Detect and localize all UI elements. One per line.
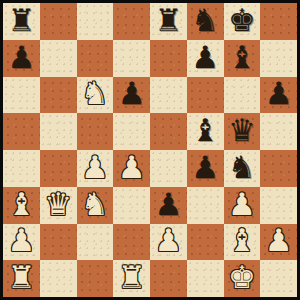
black-pawn-icon[interactable]: ♟: [154, 189, 182, 220]
square-e2[interactable]: ♟: [150, 224, 187, 261]
white-pawn-icon[interactable]: ♟: [265, 225, 293, 256]
white-king-icon[interactable]: ♚: [228, 262, 256, 293]
square-c4[interactable]: ♟: [77, 150, 114, 187]
square-f6[interactable]: [187, 77, 224, 114]
black-bishop-icon[interactable]: ♝: [228, 42, 256, 73]
square-b3[interactable]: ♛: [40, 187, 77, 224]
square-d2[interactable]: [113, 224, 150, 261]
square-d6[interactable]: ♟: [113, 77, 150, 114]
square-d1[interactable]: ♜: [113, 260, 150, 297]
square-g6[interactable]: [224, 77, 261, 114]
white-bishop-icon[interactable]: ♝: [228, 225, 256, 256]
square-b1[interactable]: [40, 260, 77, 297]
square-b2[interactable]: [40, 224, 77, 261]
black-pawn-icon[interactable]: ♟: [7, 42, 35, 73]
square-c3[interactable]: ♞: [77, 187, 114, 224]
white-pawn-icon[interactable]: ♟: [118, 152, 146, 183]
square-a5[interactable]: [3, 113, 40, 150]
square-f1[interactable]: [187, 260, 224, 297]
white-knight-icon[interactable]: ♞: [81, 78, 109, 109]
square-d4[interactable]: ♟: [113, 150, 150, 187]
square-h4[interactable]: [260, 150, 297, 187]
square-e3[interactable]: ♟: [150, 187, 187, 224]
black-pawn-icon[interactable]: ♟: [191, 152, 219, 183]
square-h8[interactable]: [260, 3, 297, 40]
square-g7[interactable]: ♝: [224, 40, 261, 77]
square-c2[interactable]: [77, 224, 114, 261]
white-rook-icon[interactable]: ♜: [7, 262, 35, 293]
square-a3[interactable]: ♝: [3, 187, 40, 224]
white-queen-icon[interactable]: ♛: [44, 189, 72, 220]
square-c8[interactable]: [77, 3, 114, 40]
square-b5[interactable]: [40, 113, 77, 150]
square-a1[interactable]: ♜: [3, 260, 40, 297]
black-king-icon[interactable]: ♚: [228, 5, 256, 36]
square-g5[interactable]: ♛: [224, 113, 261, 150]
square-e8[interactable]: ♜: [150, 3, 187, 40]
square-d8[interactable]: [113, 3, 150, 40]
black-rook-icon[interactable]: ♜: [154, 5, 182, 36]
square-g3[interactable]: ♟: [224, 187, 261, 224]
square-a4[interactable]: [3, 150, 40, 187]
square-g2[interactable]: ♝: [224, 224, 261, 261]
white-pawn-icon[interactable]: ♟: [7, 225, 35, 256]
black-rook-icon[interactable]: ♜: [7, 5, 35, 36]
white-bishop-icon[interactable]: ♝: [7, 189, 35, 220]
white-pawn-icon[interactable]: ♟: [154, 225, 182, 256]
square-e7[interactable]: [150, 40, 187, 77]
square-a2[interactable]: ♟: [3, 224, 40, 261]
square-a6[interactable]: [3, 77, 40, 114]
square-c6[interactable]: ♞: [77, 77, 114, 114]
square-b4[interactable]: [40, 150, 77, 187]
chess-board: ♜♜♞♚♟♟♝♞♟♟♝♛♟♟♟♞♝♛♞♟♟♟♟♝♟♜♜♚: [3, 3, 297, 297]
square-b6[interactable]: [40, 77, 77, 114]
square-g8[interactable]: ♚: [224, 3, 261, 40]
square-h7[interactable]: [260, 40, 297, 77]
square-h6[interactable]: ♟: [260, 77, 297, 114]
black-pawn-icon[interactable]: ♟: [265, 78, 293, 109]
square-d7[interactable]: [113, 40, 150, 77]
square-e4[interactable]: [150, 150, 187, 187]
square-h1[interactable]: [260, 260, 297, 297]
white-knight-icon[interactable]: ♞: [81, 189, 109, 220]
chess-board-frame: ♜♜♞♚♟♟♝♞♟♟♝♛♟♟♟♞♝♛♞♟♟♟♟♝♟♜♜♚: [0, 0, 300, 300]
square-a7[interactable]: ♟: [3, 40, 40, 77]
square-g1[interactable]: ♚: [224, 260, 261, 297]
square-h2[interactable]: ♟: [260, 224, 297, 261]
square-h5[interactable]: [260, 113, 297, 150]
square-c5[interactable]: [77, 113, 114, 150]
square-f2[interactable]: [187, 224, 224, 261]
black-bishop-icon[interactable]: ♝: [191, 115, 219, 146]
white-pawn-icon[interactable]: ♟: [228, 189, 256, 220]
square-d5[interactable]: [113, 113, 150, 150]
square-h3[interactable]: [260, 187, 297, 224]
square-b7[interactable]: [40, 40, 77, 77]
square-e1[interactable]: [150, 260, 187, 297]
square-e5[interactable]: [150, 113, 187, 150]
square-f8[interactable]: ♞: [187, 3, 224, 40]
square-b8[interactable]: [40, 3, 77, 40]
black-knight-icon[interactable]: ♞: [191, 5, 219, 36]
square-c7[interactable]: [77, 40, 114, 77]
square-c1[interactable]: [77, 260, 114, 297]
white-pawn-icon[interactable]: ♟: [81, 152, 109, 183]
square-d3[interactable]: [113, 187, 150, 224]
black-queen-icon[interactable]: ♛: [228, 115, 256, 146]
black-knight-icon[interactable]: ♞: [228, 152, 256, 183]
square-g4[interactable]: ♞: [224, 150, 261, 187]
square-e6[interactable]: [150, 77, 187, 114]
white-rook-icon[interactable]: ♜: [118, 262, 146, 293]
square-f5[interactable]: ♝: [187, 113, 224, 150]
square-f7[interactable]: ♟: [187, 40, 224, 77]
black-pawn-icon[interactable]: ♟: [191, 42, 219, 73]
black-pawn-icon[interactable]: ♟: [118, 78, 146, 109]
square-a8[interactable]: ♜: [3, 3, 40, 40]
square-f3[interactable]: [187, 187, 224, 224]
square-f4[interactable]: ♟: [187, 150, 224, 187]
